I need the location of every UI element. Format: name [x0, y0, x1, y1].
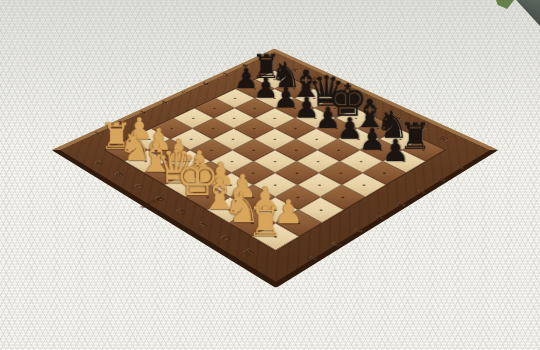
file-label: E: [165, 203, 197, 221]
rank-label: 2: [315, 232, 343, 248]
file-label: H: [430, 131, 457, 146]
rank-label: 4: [359, 206, 387, 221]
rank-label: 3: [337, 218, 365, 234]
chess-board: A B C D E F G H A B C D E F G H 1 2: [52, 49, 499, 288]
rank-label: 7: [420, 169, 448, 183]
rank-label: 1: [292, 246, 321, 263]
rank-label: 6: [200, 81, 222, 92]
perspective-wrapper: A B C D E F G H A B C D E F G H 1 2: [0, 0, 540, 350]
scene: A B C D E F G H A B C D E F G H 1 2: [0, 0, 540, 350]
rank-label: 8: [440, 157, 467, 170]
file-label: H: [232, 242, 265, 261]
rank-label: 5: [380, 193, 408, 208]
piece-white-rook[interactable]: ♜: [247, 202, 283, 242]
rank-label: 6: [401, 181, 429, 195]
file-label: G: [209, 229, 242, 248]
piece-black-pawn[interactable]: ♟: [382, 136, 409, 167]
file-label: C: [123, 178, 155, 195]
board-grid: ♜♞♝♛♚♝♞♜♟♟♟♟♟♟♟♟♟♟♟♟♟♟♟♟♜♞♝♛♚♝♞♜: [105, 70, 444, 250]
square-d5[interactable]: [254, 128, 296, 150]
rank-label: 5: [180, 90, 202, 101]
rank-label: 4: [159, 100, 181, 111]
file-label: F: [187, 215, 219, 233]
file-label: B: [104, 166, 135, 182]
file-label: A: [84, 155, 115, 171]
